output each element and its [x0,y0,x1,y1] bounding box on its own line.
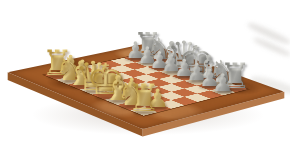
pawn-glyph: ♟ [134,86,182,111]
pawn-glyph: ♟ [71,62,119,86]
piece-white-pawn-a2: ♟ [47,53,95,77]
piece-black-pawn-h7: ♟ [199,71,247,95]
piece-white-pawn-f2: ♟ [108,76,156,101]
pawn-glyph: ♟ [135,48,183,71]
piece-white-pawn-h2: ♟ [134,86,182,111]
piece-white-pawn-b2: ♟ [59,57,107,81]
bishop-glyph: ♝ [148,38,196,70]
piece-black-bishop-c8: ♝ [148,38,196,70]
pawn-glyph: ♟ [108,76,156,101]
piece-white-bishop-c1: ♝ [57,57,105,91]
pawn-glyph: ♟ [95,71,143,96]
pawn-glyph: ♟ [59,57,107,81]
rook-glyph: ♜ [33,46,81,81]
pawn-glyph: ♟ [186,66,234,90]
piece-black-pawn-d7: ♟ [148,52,196,75]
piece-black-pawn-c7: ♟ [135,48,183,71]
piece-white-king-e1: ♚ [81,59,129,102]
bishop-glyph: ♝ [57,57,105,91]
pawn-glyph: ♟ [160,57,208,81]
pawn-glyph: ♟ [112,39,160,62]
piece-black-bishop-f8: ♝ [185,51,233,83]
piece-white-rook-h1: ♜ [120,80,168,117]
piece-black-rook-h8: ♜ [211,59,259,94]
queen-glyph: ♛ [160,37,208,75]
pawn-glyph: ♟ [148,52,196,75]
bishop-glyph: ♝ [185,51,233,83]
piece-white-pawn-c2: ♟ [71,62,119,86]
pawn-glyph: ♟ [121,81,169,106]
piece-white-knight-g1: ♞ [107,78,155,111]
king-glyph: ♚ [81,59,129,102]
pawn-glyph: ♟ [47,53,95,77]
piece-black-pawn-g7: ♟ [186,66,234,90]
chess-set-photo: ♜♞♝♛♚♝♞♜♟♟♟♟♟♟♟♟♟♟♟♟♟♟♟♟♜♞♝♛♚♝♞♜ [0,0,290,143]
piece-white-rook-a1: ♜ [33,46,81,81]
piece-white-pawn-d2: ♟ [83,67,131,91]
pieces-layer: ♜♞♝♛♚♝♞♜♟♟♟♟♟♟♟♟♟♟♟♟♟♟♟♟♜♞♝♛♚♝♞♜ [0,0,290,143]
piece-black-knight-g8: ♞ [198,57,246,88]
piece-white-queen-d1: ♛ [69,56,117,96]
pawn-glyph: ♟ [83,67,131,91]
piece-black-queen-d8: ♛ [160,37,208,75]
knight-glyph: ♞ [45,54,93,85]
piece-black-rook-a8: ♜ [124,28,172,61]
queen-glyph: ♛ [69,56,117,96]
pawn-glyph: ♟ [173,61,221,85]
rook-glyph: ♜ [211,59,259,94]
knight-glyph: ♞ [107,78,155,111]
pawn-glyph: ♟ [199,71,247,95]
piece-black-knight-b8: ♞ [136,35,184,65]
rook-glyph: ♜ [124,28,172,61]
piece-black-king-e8: ♚ [172,40,220,80]
knight-glyph: ♞ [136,35,184,65]
piece-white-knight-b1: ♞ [45,54,93,85]
bishop-glyph: ♝ [94,71,142,106]
piece-black-pawn-f7: ♟ [173,61,221,85]
piece-black-pawn-b7: ♟ [123,44,171,67]
piece-white-bishop-f1: ♝ [94,71,142,106]
piece-white-pawn-g2: ♟ [121,81,169,106]
king-glyph: ♚ [172,40,220,80]
piece-black-pawn-e7: ♟ [160,57,208,81]
piece-white-pawn-e2: ♟ [95,71,143,96]
knight-glyph: ♞ [198,57,246,88]
piece-black-pawn-a7: ♟ [112,39,160,62]
rook-glyph: ♜ [120,80,168,117]
pawn-glyph: ♟ [123,44,171,67]
